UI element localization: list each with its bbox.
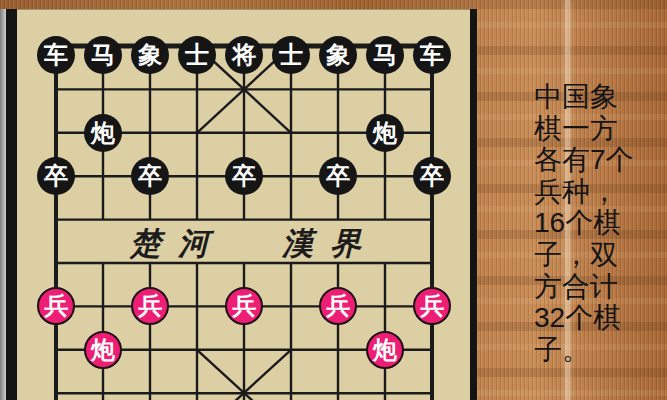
piece-black-horse[interactable]: 马 xyxy=(362,24,409,67)
xiangqi-lesson-screenshot: 楚 河 漢 界 车马象士将士象马车炮炮卒卒卒卒卒兵兵兵兵兵炮炮 中国象 棋一方 … xyxy=(0,0,667,400)
piece-black-chariot[interactable]: 车 xyxy=(409,24,456,67)
piece-black-soldier[interactable]: 卒 xyxy=(221,154,268,197)
piece-black-soldier[interactable]: 卒 xyxy=(127,154,174,197)
piece-black-advisor[interactable]: 士 xyxy=(174,24,221,67)
piece-red-soldier[interactable]: 兵 xyxy=(33,285,80,328)
caption-line: 棋一方 xyxy=(534,113,654,145)
caption-line: 中国象 xyxy=(534,81,654,113)
caption-line: 兵种， xyxy=(534,176,654,208)
piece-black-elephant[interactable]: 象 xyxy=(127,24,174,67)
piece-black-advisor[interactable]: 士 xyxy=(268,24,315,67)
piece-black-soldier[interactable]: 卒 xyxy=(409,154,456,197)
piece-black-soldier[interactable]: 卒 xyxy=(33,154,80,197)
piece-red-soldier[interactable]: 兵 xyxy=(221,285,268,328)
piece-red-soldier[interactable]: 兵 xyxy=(315,285,362,328)
piece-red-soldier[interactable]: 兵 xyxy=(409,285,456,328)
caption-line: 32个棋 xyxy=(534,302,654,334)
piece-black-soldier[interactable]: 卒 xyxy=(315,154,362,197)
piece-red-cannon[interactable]: 炮 xyxy=(362,328,409,371)
piece-black-elephant[interactable]: 象 xyxy=(315,24,362,67)
board-grid[interactable]: 车马象士将士象马车炮炮卒卒卒卒卒兵兵兵兵兵炮炮 xyxy=(33,24,456,400)
caption-line: 各有7个 xyxy=(534,144,654,176)
caption-line: 16个棋 xyxy=(534,207,654,239)
piece-black-cannon[interactable]: 炮 xyxy=(80,111,127,154)
piece-black-chariot[interactable]: 车 xyxy=(33,24,80,67)
caption-line: 子。 xyxy=(534,334,654,366)
piece-red-cannon[interactable]: 炮 xyxy=(80,328,127,371)
caption-line: 方合计 xyxy=(534,271,654,303)
piece-black-cannon[interactable]: 炮 xyxy=(362,111,409,154)
piece-red-soldier[interactable]: 兵 xyxy=(127,285,174,328)
piece-black-general[interactable]: 将 xyxy=(221,24,268,67)
caption-panel: 中国象 棋一方 各有7个 兵种， 16个棋 子，双 方合计 32个棋 子。 xyxy=(534,81,654,365)
piece-black-horse[interactable]: 马 xyxy=(80,24,127,67)
caption-line: 子，双 xyxy=(534,239,654,271)
